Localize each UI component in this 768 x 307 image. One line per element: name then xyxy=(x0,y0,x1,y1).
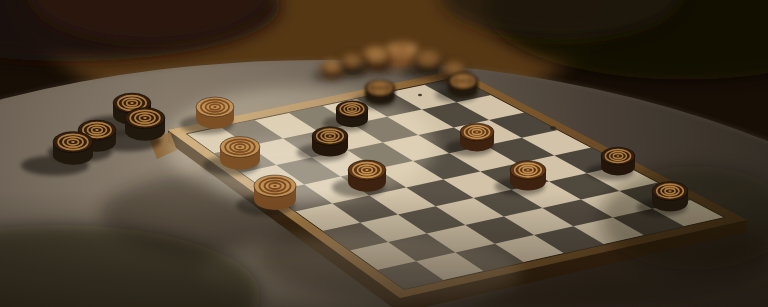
checkers-photo-scene xyxy=(0,0,768,307)
scene-svg xyxy=(0,0,768,307)
warm-cast xyxy=(0,0,768,307)
foreground xyxy=(0,0,768,307)
